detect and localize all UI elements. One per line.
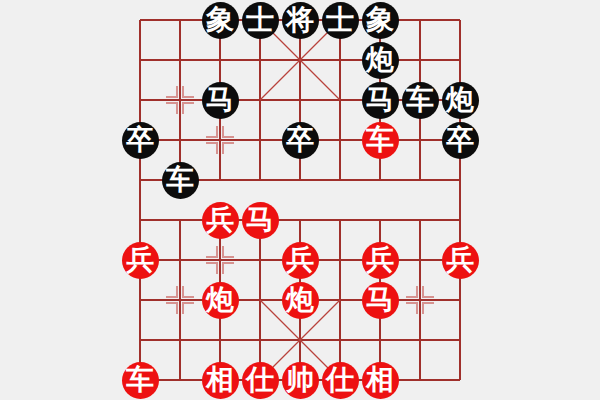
- red-elephant[interactable]: 相: [202, 362, 239, 399]
- black-soldier[interactable]: 卒: [122, 122, 159, 159]
- red-chariot[interactable]: 车: [362, 122, 399, 159]
- black-elephant[interactable]: 象: [202, 2, 239, 39]
- black-general[interactable]: 将: [282, 2, 319, 39]
- red-advisor[interactable]: 仕: [242, 362, 279, 399]
- black-chariot[interactable]: 车: [162, 162, 199, 199]
- red-horse[interactable]: 马: [362, 282, 399, 319]
- red-advisor[interactable]: 仕: [322, 362, 359, 399]
- red-general[interactable]: 帅: [282, 362, 319, 399]
- red-cannon[interactable]: 炮: [202, 282, 239, 319]
- red-elephant[interactable]: 相: [362, 362, 399, 399]
- red-horse[interactable]: 马: [242, 202, 279, 239]
- xiangqi-board: 象士将士象炮马马车炮卒卒车卒车兵马兵兵兵兵炮炮马车相仕帅仕相: [120, 0, 480, 400]
- red-soldier[interactable]: 兵: [202, 202, 239, 239]
- black-cannon[interactable]: 炮: [442, 82, 479, 119]
- red-chariot[interactable]: 车: [122, 362, 159, 399]
- black-advisor[interactable]: 士: [242, 2, 279, 39]
- black-elephant[interactable]: 象: [362, 2, 399, 39]
- black-soldier[interactable]: 卒: [442, 122, 479, 159]
- red-soldier[interactable]: 兵: [442, 242, 479, 279]
- black-chariot[interactable]: 车: [402, 82, 439, 119]
- black-advisor[interactable]: 士: [322, 2, 359, 39]
- xiangqi-screen: 象士将士象炮马马车炮卒卒车卒车兵马兵兵兵兵炮炮马车相仕帅仕相: [0, 0, 600, 400]
- red-cannon[interactable]: 炮: [282, 282, 319, 319]
- red-soldier[interactable]: 兵: [362, 242, 399, 279]
- red-soldier[interactable]: 兵: [122, 242, 159, 279]
- black-soldier[interactable]: 卒: [282, 122, 319, 159]
- black-cannon[interactable]: 炮: [362, 42, 399, 79]
- black-horse[interactable]: 马: [202, 82, 239, 119]
- red-soldier[interactable]: 兵: [282, 242, 319, 279]
- black-horse[interactable]: 马: [362, 82, 399, 119]
